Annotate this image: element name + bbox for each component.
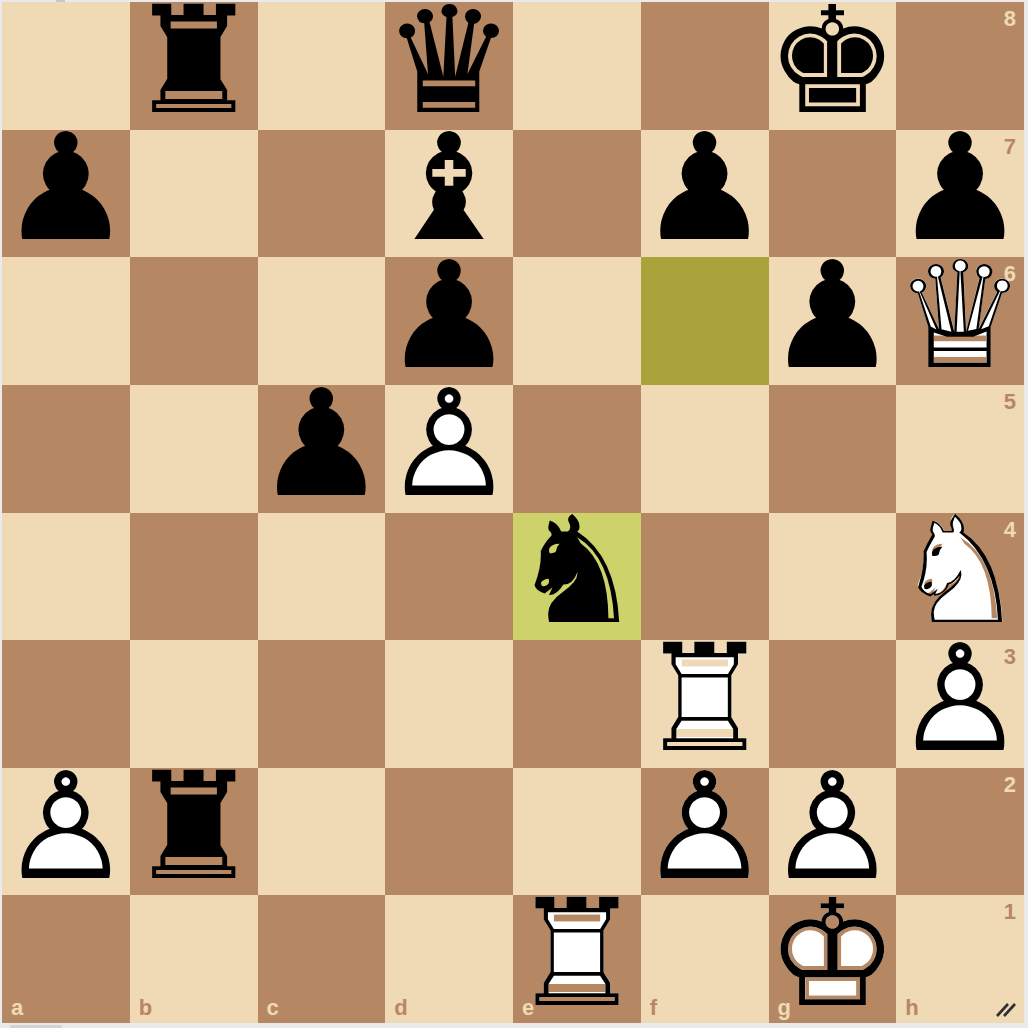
square-h2[interactable]: 2 — [896, 768, 1024, 896]
square-f7[interactable]: ♟ — [641, 130, 769, 258]
square-e1[interactable]: ♜♖e — [513, 895, 641, 1023]
square-a2[interactable]: ♟♙ — [2, 768, 130, 896]
square-g5[interactable] — [769, 385, 897, 513]
square-a7[interactable]: ♟ — [2, 130, 130, 258]
black-king-glyph: ♚ — [769, 2, 897, 130]
square-c3[interactable] — [258, 640, 386, 768]
white-queen[interactable]: ♛♕ — [896, 257, 1024, 385]
chess-board: ♜♛♚8♟♝♟♟7♟♟♛♕6♟♟♙5♞♞♘4♜♖♟♙3♟♙♜♟♙♟♙2abcd♜… — [2, 2, 1024, 1023]
square-f1[interactable]: f — [641, 895, 769, 1023]
white-rook[interactable]: ♜♖ — [513, 895, 641, 1023]
white-king[interactable]: ♚♔ — [769, 895, 897, 1023]
white-pawn-outline: ♙ — [385, 385, 513, 513]
square-b5[interactable] — [130, 385, 258, 513]
square-d2[interactable] — [385, 768, 513, 896]
square-e8[interactable] — [513, 2, 641, 130]
page: ♜♛♚8♟♝♟♟7♟♟♛♕6♟♟♙5♞♞♘4♜♖♟♙3♟♙♜♟♙♟♙2abcd♜… — [0, 0, 1028, 1028]
square-f6[interactable] — [641, 257, 769, 385]
square-b7[interactable] — [130, 130, 258, 258]
square-g8[interactable]: ♚ — [769, 2, 897, 130]
square-d1[interactable]: d — [385, 895, 513, 1023]
square-d5[interactable]: ♟♙ — [385, 385, 513, 513]
black-rook-glyph: ♜ — [130, 2, 258, 130]
square-c4[interactable] — [258, 513, 386, 641]
white-pawn[interactable]: ♟♙ — [641, 768, 769, 896]
black-pawn[interactable]: ♟ — [258, 385, 386, 513]
square-h6[interactable]: ♛♕6 — [896, 257, 1024, 385]
black-pawn[interactable]: ♟ — [769, 257, 897, 385]
white-pawn[interactable]: ♟♙ — [385, 385, 513, 513]
square-e3[interactable] — [513, 640, 641, 768]
square-e7[interactable] — [513, 130, 641, 258]
white-pawn[interactable]: ♟♙ — [2, 768, 130, 896]
black-rook[interactable]: ♜ — [130, 768, 258, 896]
square-f5[interactable] — [641, 385, 769, 513]
file-label-d: d — [394, 997, 407, 1019]
black-pawn[interactable]: ♟ — [2, 130, 130, 258]
square-g6[interactable]: ♟ — [769, 257, 897, 385]
white-king-outline: ♔ — [769, 895, 897, 1023]
square-c2[interactable] — [258, 768, 386, 896]
white-pawn-outline: ♙ — [641, 768, 769, 896]
square-b1[interactable]: b — [130, 895, 258, 1023]
square-b6[interactable] — [130, 257, 258, 385]
file-label-h: h — [905, 997, 918, 1019]
white-pawn-outline: ♙ — [2, 768, 130, 896]
square-e6[interactable] — [513, 257, 641, 385]
black-pawn-glyph: ♟ — [258, 385, 386, 513]
black-knight-glyph: ♞ — [513, 513, 641, 641]
rank-label-5: 5 — [1004, 391, 1016, 413]
black-rook-glyph: ♜ — [130, 768, 258, 896]
square-c5[interactable]: ♟ — [258, 385, 386, 513]
square-a4[interactable] — [2, 513, 130, 641]
square-g1[interactable]: ♚♔g — [769, 895, 897, 1023]
black-knight[interactable]: ♞ — [513, 513, 641, 641]
square-c1[interactable]: c — [258, 895, 386, 1023]
white-pawn-outline: ♙ — [896, 640, 1024, 768]
black-pawn-glyph: ♟ — [641, 130, 769, 258]
white-pawn[interactable]: ♟♙ — [896, 640, 1024, 768]
square-h3[interactable]: ♟♙3 — [896, 640, 1024, 768]
file-label-a: a — [11, 997, 23, 1019]
square-a6[interactable] — [2, 257, 130, 385]
black-king[interactable]: ♚ — [769, 2, 897, 130]
square-b8[interactable]: ♜ — [130, 2, 258, 130]
square-b4[interactable] — [130, 513, 258, 641]
square-e4[interactable]: ♞ — [513, 513, 641, 641]
file-label-f: f — [650, 997, 657, 1019]
square-d4[interactable] — [385, 513, 513, 641]
black-pawn-glyph: ♟ — [2, 130, 130, 258]
rank-label-8: 8 — [1004, 8, 1016, 30]
file-label-c: c — [267, 997, 279, 1019]
square-f2[interactable]: ♟♙ — [641, 768, 769, 896]
black-pawn[interactable]: ♟ — [641, 130, 769, 258]
rank-label-2: 2 — [1004, 774, 1016, 796]
board-resize-handle-icon[interactable] — [995, 1000, 1017, 1018]
square-a1[interactable]: a — [2, 895, 130, 1023]
square-g4[interactable] — [769, 513, 897, 641]
white-queen-outline: ♕ — [896, 257, 1024, 385]
white-rook-outline: ♖ — [513, 895, 641, 1023]
black-pawn-glyph: ♟ — [769, 257, 897, 385]
square-d3[interactable] — [385, 640, 513, 768]
square-c8[interactable] — [258, 2, 386, 130]
square-b2[interactable]: ♜ — [130, 768, 258, 896]
square-a5[interactable] — [2, 385, 130, 513]
rank-label-1: 1 — [1004, 901, 1016, 923]
square-c7[interactable] — [258, 130, 386, 258]
black-rook[interactable]: ♜ — [130, 2, 258, 130]
file-label-b: b — [139, 997, 152, 1019]
